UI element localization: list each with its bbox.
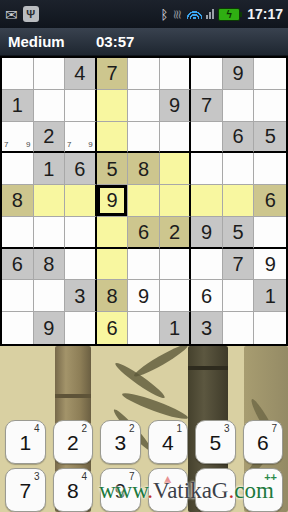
cell-value: 6 <box>138 222 149 242</box>
digit-count-badge: 1 <box>176 424 182 434</box>
digit-count-badge: 3 <box>34 472 40 482</box>
keypad-digit: 5 <box>209 432 221 453</box>
keypad-row-1: 142232415367 <box>0 420 288 464</box>
cell-value: 2 <box>43 126 54 146</box>
watermark-url: www.VatikaG.com <box>99 477 274 505</box>
cell-value: 8 <box>106 286 117 306</box>
cell-value: 1 <box>169 318 180 338</box>
cell-r8c1[interactable] <box>2 280 34 312</box>
cell-r4c7[interactable] <box>191 153 223 185</box>
cell-r1c7[interactable] <box>191 58 223 90</box>
status-bar-right: ᛒ ≋ ϟ 17:17 <box>160 6 283 22</box>
sudoku-app-screen: ✉ Ψ ᛒ ≋ ϟ 17:17 Medium 03:57 47919779279… <box>0 0 288 512</box>
cell-r9c7[interactable]: 3 <box>191 312 223 344</box>
cell-r8c9[interactable]: 1 <box>254 280 286 312</box>
digit-count-badge: 7 <box>271 424 277 434</box>
game-timer: 03:57 <box>96 33 134 50</box>
cell-value: 7 <box>233 254 244 274</box>
title-bar: Medium 03:57 <box>0 28 288 56</box>
cell-value: 9 <box>201 222 212 242</box>
vibrate-icon: ≋ <box>171 9 184 20</box>
cell-r4c2[interactable]: 1 <box>34 153 66 185</box>
cell-r9c5[interactable] <box>128 312 160 344</box>
cell-r9c8[interactable] <box>223 312 255 344</box>
digit-count-badge: 4 <box>34 424 40 434</box>
bluetooth-icon: ᛒ <box>160 8 168 21</box>
cell-value: 6 <box>12 254 23 274</box>
status-clock: 17:17 <box>247 6 283 22</box>
cell-r2c5[interactable] <box>128 90 160 122</box>
cell-r3c8[interactable]: 6 <box>223 122 255 154</box>
cell-r9c9[interactable] <box>254 312 286 344</box>
keypad-8[interactable]: 84 <box>53 468 94 512</box>
cell-value: 9 <box>138 286 149 306</box>
cell-r2c9[interactable] <box>254 90 286 122</box>
pencil-mark: 7 <box>67 141 71 149</box>
cell-r8c5[interactable]: 9 <box>128 280 160 312</box>
cell-value: 8 <box>43 254 54 274</box>
cell-r3c9[interactable]: 5 <box>254 122 286 154</box>
cell-r7c3[interactable] <box>65 249 97 281</box>
cell-r1c9[interactable] <box>254 58 286 90</box>
cell-r3c5[interactable] <box>128 122 160 154</box>
cell-r7c6[interactable] <box>160 249 192 281</box>
cell-r1c1[interactable] <box>2 58 34 90</box>
cell-r8c4[interactable]: 8 <box>97 280 129 312</box>
keypad-digit: 7 <box>19 480 31 501</box>
cell-value: 1 <box>12 95 23 115</box>
cell-r8c2[interactable] <box>34 280 66 312</box>
watermark-www: www <box>99 478 147 503</box>
watermark-com: com <box>234 478 274 503</box>
cell-r2c6[interactable]: 9 <box>160 90 192 122</box>
keypad-1[interactable]: 14 <box>5 420 46 464</box>
cell-r5c7[interactable] <box>191 185 223 217</box>
cell-r4c6[interactable] <box>160 153 192 185</box>
digit-count-badge: 4 <box>81 472 87 482</box>
cell-r5c3[interactable] <box>65 185 97 217</box>
cell-value: 9 <box>265 254 276 274</box>
cell-r6c7[interactable]: 9 <box>191 217 223 249</box>
cell-value: 6 <box>201 286 212 306</box>
cell-value: 5 <box>106 159 117 179</box>
cell-r6c1[interactable] <box>2 217 34 249</box>
cell-r2c2[interactable] <box>34 90 66 122</box>
cell-r2c1[interactable]: 1 <box>2 90 34 122</box>
keypad-digit: 4 <box>162 432 174 453</box>
cell-r4c1[interactable] <box>2 153 34 185</box>
cell-value: 9 <box>169 95 180 115</box>
cell-value: 6 <box>233 126 244 146</box>
pencil-mark: 9 <box>26 141 30 149</box>
cell-r9c2[interactable]: 9 <box>34 312 66 344</box>
cell-r2c4[interactable] <box>97 90 129 122</box>
cell-value: 2 <box>169 222 180 242</box>
cell-r5c2[interactable] <box>34 185 66 217</box>
cell-r9c6[interactable]: 1 <box>160 312 192 344</box>
keypad-5[interactable]: 53 <box>195 420 236 464</box>
cell-r3c4[interactable] <box>97 122 129 154</box>
cell-value: 5 <box>233 222 244 242</box>
cell-r4c9[interactable] <box>254 153 286 185</box>
cell-r3c1[interactable]: 79 <box>2 122 34 154</box>
cell-r8c8[interactable] <box>223 280 255 312</box>
wifi-icon <box>187 9 202 19</box>
cell-r4c3[interactable]: 6 <box>65 153 97 185</box>
cell-r5c6[interactable] <box>160 185 192 217</box>
cell-r5c5[interactable] <box>128 185 160 217</box>
keypad-4[interactable]: 41 <box>148 420 189 464</box>
keypad-7[interactable]: 73 <box>5 468 46 512</box>
keypad-2[interactable]: 22 <box>53 420 94 464</box>
cell-r8c6[interactable] <box>160 280 192 312</box>
cell-r7c7[interactable] <box>191 249 223 281</box>
digit-count-badge: 2 <box>81 424 87 434</box>
cell-r3c3[interactable]: 79 <box>65 122 97 154</box>
cell-value: 1 <box>43 159 54 179</box>
mail-notification-icon: ✉ <box>5 7 18 22</box>
cell-r3c2[interactable]: 2 <box>34 122 66 154</box>
cell-r4c4[interactable]: 5 <box>97 153 129 185</box>
cell-value: 1 <box>265 286 276 306</box>
cell-value: 7 <box>106 63 117 83</box>
cell-value: 6 <box>265 190 276 210</box>
cell-r1c5[interactable] <box>128 58 160 90</box>
cell-r5c9[interactable]: 6 <box>254 185 286 217</box>
cell-r5c8[interactable] <box>223 185 255 217</box>
keypad-digit: 2 <box>67 432 79 453</box>
cell-r1c3[interactable]: 4 <box>65 58 97 90</box>
watermark-name: VatikaG <box>153 478 228 503</box>
cell-r6c9[interactable] <box>254 217 286 249</box>
cell-value: 3 <box>201 318 212 338</box>
keypad-6[interactable]: 67 <box>243 420 284 464</box>
cell-value: 6 <box>74 159 85 179</box>
cell-r7c8[interactable]: 7 <box>223 249 255 281</box>
cell-r1c6[interactable] <box>160 58 192 90</box>
cell-r9c3[interactable] <box>65 312 97 344</box>
cell-value: 9 <box>233 63 244 83</box>
signal-bars-icon <box>206 9 214 19</box>
keypad-digit: 3 <box>114 432 126 453</box>
cell-value: 8 <box>138 159 149 179</box>
cell-r6c3[interactable] <box>65 217 97 249</box>
cell-r2c7[interactable]: 7 <box>191 90 223 122</box>
digit-count-badge: 3 <box>224 424 230 434</box>
cell-value: 4 <box>74 63 85 83</box>
cell-value: 5 <box>265 126 276 146</box>
cell-r2c8[interactable] <box>223 90 255 122</box>
cell-r1c4[interactable]: 7 <box>97 58 129 90</box>
battery-charging-icon: ϟ <box>218 8 240 21</box>
cell-r4c5[interactable]: 8 <box>128 153 160 185</box>
cell-value: 7 <box>201 95 212 115</box>
pencil-mark: 7 <box>4 141 8 149</box>
cell-r9c1[interactable] <box>2 312 34 344</box>
cell-r6c2[interactable] <box>34 217 66 249</box>
cell-r6c4[interactable] <box>97 217 129 249</box>
keypad-digit: 1 <box>19 432 31 453</box>
keypad-digit: 6 <box>257 432 269 453</box>
sudoku-grid: 4791977927965165889662956879389619613 <box>0 56 288 346</box>
cell-value: 8 <box>12 190 23 210</box>
status-bar: ✉ Ψ ᛒ ≋ ϟ 17:17 <box>0 0 288 28</box>
cell-r8c7[interactable]: 6 <box>191 280 223 312</box>
keypad-digit: 8 <box>67 480 79 501</box>
cell-r7c1[interactable]: 6 <box>2 249 34 281</box>
cell-r5c1[interactable]: 8 <box>2 185 34 217</box>
status-bar-left: ✉ Ψ <box>5 6 39 22</box>
cell-value: 9 <box>43 318 54 338</box>
cell-r7c5[interactable] <box>128 249 160 281</box>
cell-value: 3 <box>74 286 85 306</box>
cell-r3c6[interactable] <box>160 122 192 154</box>
cell-r6c8[interactable]: 5 <box>223 217 255 249</box>
cell-r7c9[interactable]: 9 <box>254 249 286 281</box>
bamboo-leaf <box>132 346 190 380</box>
cell-r4c8[interactable] <box>223 153 255 185</box>
cell-r7c2[interactable]: 8 <box>34 249 66 281</box>
cell-r6c6[interactable]: 2 <box>160 217 192 249</box>
cell-r8c3[interactable]: 3 <box>65 280 97 312</box>
cell-r1c8[interactable]: 9 <box>223 58 255 90</box>
cell-r5c4[interactable]: 9 <box>97 185 129 217</box>
cell-value: 6 <box>106 318 117 338</box>
cell-r6c5[interactable]: 6 <box>128 217 160 249</box>
difficulty-label: Medium <box>8 33 65 50</box>
keypad-3[interactable]: 32 <box>100 420 141 464</box>
cell-r2c3[interactable] <box>65 90 97 122</box>
cell-r7c4[interactable] <box>97 249 129 281</box>
digit-count-badge: 2 <box>129 424 135 434</box>
usb-icon: Ψ <box>23 6 39 22</box>
pencil-mark: 9 <box>88 141 92 149</box>
cell-r3c7[interactable] <box>191 122 223 154</box>
cell-r9c4[interactable]: 6 <box>97 312 129 344</box>
cell-value: 9 <box>106 190 117 210</box>
cell-r1c2[interactable] <box>34 58 66 90</box>
